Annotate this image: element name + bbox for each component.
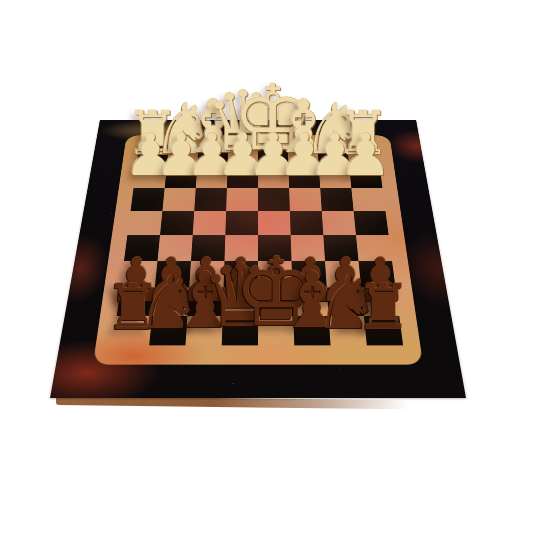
square-d5[interactable] (225, 211, 258, 235)
square-e6[interactable] (258, 188, 290, 211)
square-c6[interactable] (194, 188, 227, 211)
square-f6[interactable] (289, 188, 322, 211)
square-a5[interactable] (127, 211, 162, 235)
square-h5[interactable] (354, 211, 389, 235)
square-b6[interactable] (162, 188, 195, 211)
square-g6[interactable] (320, 188, 353, 211)
square-a6[interactable] (131, 188, 165, 211)
square-h6[interactable] (351, 188, 385, 211)
square-d6[interactable] (226, 188, 258, 211)
square-b5[interactable] (160, 211, 194, 235)
piece-black-rook-h1[interactable]: ♜ (355, 277, 411, 340)
chess-photo-scene: ♜♞♝♛♚♝♞♜♟♟♟♟♟♟♟♟♟♟♟♟♟♟♟♟♜♞♝♛♚♝♞♜ (0, 0, 533, 533)
piece-white-pawn-h7[interactable]: ♟ (339, 126, 392, 185)
square-c5[interactable] (193, 211, 226, 235)
square-e5[interactable] (258, 211, 291, 235)
square-g5[interactable] (322, 211, 356, 235)
square-f5[interactable] (290, 211, 323, 235)
